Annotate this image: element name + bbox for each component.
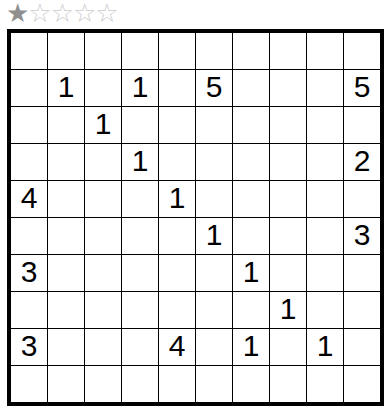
grid-cell[interactable]: 1 <box>233 329 269 365</box>
grid-cell[interactable] <box>122 292 158 328</box>
grid-cell[interactable] <box>196 144 232 180</box>
grid-cell[interactable] <box>233 70 269 106</box>
grid-cell[interactable]: 3 <box>11 255 47 291</box>
grid-cell[interactable] <box>307 107 343 143</box>
grid-cell[interactable] <box>48 144 84 180</box>
grid-cell[interactable]: 1 <box>122 70 158 106</box>
grid-cell[interactable] <box>48 33 84 69</box>
grid-cell[interactable] <box>122 107 158 143</box>
grid-cell[interactable] <box>307 144 343 180</box>
grid-cell[interactable] <box>48 292 84 328</box>
grid-cell[interactable]: 1 <box>122 144 158 180</box>
grid-cell[interactable] <box>85 70 121 106</box>
grid-cell[interactable] <box>11 107 47 143</box>
grid-cell[interactable]: 1 <box>270 292 306 328</box>
grid-cell[interactable]: 3 <box>11 329 47 365</box>
grid-cell[interactable] <box>344 329 380 365</box>
grid-cell[interactable] <box>122 329 158 365</box>
grid-cell[interactable] <box>159 70 195 106</box>
grid-cell[interactable] <box>344 366 380 402</box>
grid-cell[interactable] <box>11 70 47 106</box>
grid-cell[interactable] <box>196 255 232 291</box>
grid-cell[interactable] <box>85 218 121 254</box>
grid-cell[interactable] <box>159 144 195 180</box>
grid-cell[interactable] <box>85 144 121 180</box>
grid-cell[interactable] <box>233 144 269 180</box>
grid-cell[interactable] <box>270 181 306 217</box>
grid-cell[interactable]: 4 <box>159 329 195 365</box>
grid-cell[interactable] <box>233 107 269 143</box>
grid-cell[interactable] <box>344 255 380 291</box>
grid-cell[interactable] <box>159 366 195 402</box>
grid-cell[interactable] <box>122 33 158 69</box>
grid-cell[interactable]: 1 <box>307 329 343 365</box>
grid-cell[interactable] <box>233 366 269 402</box>
grid-cell[interactable] <box>159 33 195 69</box>
grid-cell[interactable] <box>270 33 306 69</box>
grid-cell[interactable] <box>48 107 84 143</box>
empty-star-icon: ☆ <box>73 0 95 28</box>
grid-cell[interactable] <box>270 329 306 365</box>
grid-cell[interactable] <box>122 218 158 254</box>
grid-cell[interactable] <box>307 33 343 69</box>
grid-cell[interactable] <box>48 329 84 365</box>
grid-cell[interactable] <box>85 255 121 291</box>
empty-star-icon: ☆ <box>95 0 117 28</box>
grid-cell[interactable] <box>48 218 84 254</box>
grid-cell[interactable] <box>11 144 47 180</box>
grid-cell[interactable] <box>307 366 343 402</box>
grid-cell[interactable] <box>307 218 343 254</box>
grid-cell[interactable] <box>233 292 269 328</box>
grid-cell[interactable] <box>85 292 121 328</box>
grid-cell[interactable] <box>196 107 232 143</box>
grid-cell[interactable] <box>11 218 47 254</box>
grid-cell[interactable] <box>48 366 84 402</box>
grid-cell[interactable]: 5 <box>196 70 232 106</box>
filled-star-icon: ★ <box>6 0 28 28</box>
grid-cell[interactable]: 1 <box>196 218 232 254</box>
grid-cell[interactable] <box>233 218 269 254</box>
grid-cell[interactable] <box>196 292 232 328</box>
grid-cell[interactable]: 3 <box>344 218 380 254</box>
grid-cell[interactable] <box>196 181 232 217</box>
grid-cell[interactable] <box>344 181 380 217</box>
grid-cell[interactable] <box>307 181 343 217</box>
grid-cell[interactable] <box>270 144 306 180</box>
grid-cell[interactable] <box>159 107 195 143</box>
grid-cell[interactable]: 2 <box>344 144 380 180</box>
grid-cell[interactable]: 1 <box>48 70 84 106</box>
empty-star-icon: ☆ <box>51 0 73 28</box>
grid-cell[interactable] <box>196 329 232 365</box>
grid-cell[interactable] <box>48 255 84 291</box>
grid-cell[interactable] <box>233 181 269 217</box>
grid-cell[interactable]: 5 <box>344 70 380 106</box>
grid-cell[interactable] <box>159 218 195 254</box>
grid-cell[interactable] <box>122 366 158 402</box>
grid-cell[interactable] <box>270 218 306 254</box>
empty-star-icon: ☆ <box>28 0 50 28</box>
grid-cell[interactable]: 1 <box>85 107 121 143</box>
grid-cell[interactable] <box>270 107 306 143</box>
grid-cell[interactable] <box>270 255 306 291</box>
grid-cell[interactable] <box>307 255 343 291</box>
grid-cell[interactable]: 1 <box>233 255 269 291</box>
grid-cell[interactable] <box>85 329 121 365</box>
grid-cell[interactable] <box>344 33 380 69</box>
grid-cell[interactable]: 4 <box>11 181 47 217</box>
grid-cell[interactable] <box>159 255 195 291</box>
grid-cell[interactable] <box>270 366 306 402</box>
grid-cell[interactable] <box>196 366 232 402</box>
grid-cell[interactable] <box>233 33 269 69</box>
grid-cell[interactable] <box>270 70 306 106</box>
grid-cell[interactable] <box>344 292 380 328</box>
difficulty-rating: ★☆☆☆☆ <box>6 0 118 28</box>
puzzle-page: ★☆☆☆☆ 115511241133113411 <box>0 0 390 408</box>
grid-cell[interactable] <box>11 33 47 69</box>
grid-cell[interactable] <box>11 366 47 402</box>
grid-cell[interactable] <box>307 292 343 328</box>
puzzle-board: 115511241133113411 <box>7 29 384 406</box>
grid-cell[interactable] <box>85 181 121 217</box>
grid-cell[interactable]: 1 <box>159 181 195 217</box>
grid-cell[interactable] <box>85 366 121 402</box>
grid-cell[interactable] <box>159 292 195 328</box>
grid-cell[interactable] <box>48 181 84 217</box>
grid-cell[interactable] <box>11 292 47 328</box>
grid-cell[interactable] <box>307 70 343 106</box>
grid-cell[interactable] <box>122 181 158 217</box>
grid-cell[interactable] <box>85 33 121 69</box>
grid-cell[interactable] <box>344 107 380 143</box>
grid-cell[interactable] <box>196 33 232 69</box>
grid-cell[interactable] <box>122 255 158 291</box>
